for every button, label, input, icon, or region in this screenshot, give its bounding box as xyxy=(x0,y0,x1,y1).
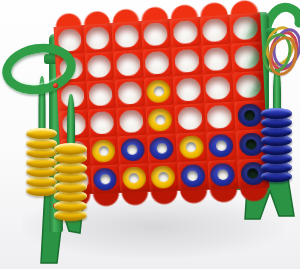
board-cell xyxy=(140,19,171,50)
board-cell xyxy=(174,103,205,133)
board-cell xyxy=(116,106,146,136)
disc-center-hole xyxy=(153,86,164,96)
yellow-disc xyxy=(148,108,173,132)
yellow-ring xyxy=(26,176,57,187)
empty-hole xyxy=(116,52,141,77)
yellow-ring xyxy=(26,138,57,149)
empty-hole xyxy=(234,45,260,70)
blue-disc xyxy=(210,162,236,187)
board-cell xyxy=(87,108,117,138)
empty-hole xyxy=(87,54,112,78)
disc-center-hole xyxy=(244,110,255,120)
empty-hole xyxy=(145,50,170,75)
empty-hole xyxy=(119,109,144,133)
board-cell xyxy=(177,161,208,191)
board-cell xyxy=(146,133,177,163)
yellow-disc xyxy=(146,79,171,104)
disc-center-hole xyxy=(158,172,169,182)
blue-ring xyxy=(261,108,292,119)
blue-ring-stack xyxy=(261,66,292,182)
yellow-ring xyxy=(54,143,87,155)
board-cell xyxy=(84,51,114,81)
empty-hole xyxy=(235,74,261,99)
board-cell xyxy=(171,46,202,77)
disc-center-hole xyxy=(129,173,140,183)
empty-hole xyxy=(232,15,258,40)
blue-disc xyxy=(120,138,145,162)
board-cell xyxy=(145,105,176,135)
yellow-disc xyxy=(179,135,205,160)
disc-center-hole xyxy=(217,170,228,180)
disc-center-hole xyxy=(127,145,137,155)
board-cell xyxy=(201,44,233,75)
board-cell xyxy=(117,135,147,165)
board-cell xyxy=(170,17,201,48)
empty-hole xyxy=(114,24,139,49)
disc-center-hole xyxy=(216,141,227,151)
yellow-ring xyxy=(26,166,57,177)
yellow-ring xyxy=(26,185,57,196)
hanging-rings xyxy=(258,24,300,76)
board-cell xyxy=(229,13,261,44)
blue-disc xyxy=(237,103,263,128)
empty-hole xyxy=(205,75,231,100)
board-cell xyxy=(173,74,204,104)
empty-hole xyxy=(90,111,115,135)
board-cell xyxy=(202,73,234,104)
yellow-ring xyxy=(26,157,57,168)
disc-center-hole xyxy=(155,115,166,125)
empty-hole xyxy=(117,81,142,105)
board-cell xyxy=(90,165,120,194)
empty-hole xyxy=(204,47,230,72)
product-photo-scene xyxy=(0,0,300,269)
empty-hole xyxy=(175,77,201,102)
empty-hole xyxy=(88,82,113,106)
board-cell xyxy=(89,136,119,166)
blue-disc xyxy=(208,133,234,158)
board-cell xyxy=(148,162,179,192)
board-cell xyxy=(205,131,237,161)
empty-hole xyxy=(207,104,233,129)
empty-hole xyxy=(174,48,200,73)
yellow-ring xyxy=(26,128,57,139)
disc-center-hole xyxy=(186,142,197,152)
board-cell xyxy=(176,132,207,162)
board-cell xyxy=(119,163,150,193)
board-cell xyxy=(114,78,144,108)
empty-hole xyxy=(172,20,197,45)
empty-hole xyxy=(177,106,203,131)
disc-center-hole xyxy=(100,174,110,184)
empty-hole xyxy=(86,26,111,51)
board-cell xyxy=(86,80,116,110)
board-cell xyxy=(143,76,174,106)
blue-disc xyxy=(93,167,118,191)
empty-hole xyxy=(202,18,228,43)
board-cell xyxy=(111,21,141,51)
board-cell xyxy=(142,48,173,78)
disc-center-hole xyxy=(187,171,198,181)
yellow-disc xyxy=(151,165,176,189)
board-cell xyxy=(204,102,236,132)
empty-hole xyxy=(143,22,168,47)
board-cell xyxy=(113,49,143,79)
board-cell xyxy=(199,15,231,46)
screw-icon xyxy=(53,83,58,88)
yellow-disc xyxy=(122,166,147,190)
yellow-disc xyxy=(91,139,116,163)
yellow-ring-stack-front xyxy=(54,94,87,221)
disc-center-hole xyxy=(156,143,167,153)
board-cell xyxy=(207,160,239,190)
yellow-ring xyxy=(26,147,57,158)
blue-disc xyxy=(149,136,174,160)
disc-center-hole xyxy=(99,146,109,156)
blue-disc xyxy=(180,164,206,188)
disc-center-hole xyxy=(246,139,257,149)
board-cell xyxy=(83,23,113,53)
disc-center-hole xyxy=(247,168,258,178)
